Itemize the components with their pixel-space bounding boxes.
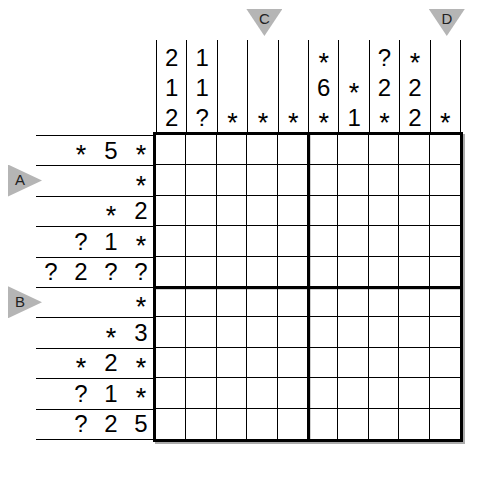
clue-star: *: [126, 288, 156, 317]
clue-star: *: [126, 349, 156, 378]
clue-star: *: [66, 136, 96, 165]
grid-cell-r4c2[interactable]: [186, 226, 216, 256]
grid-cell-r8c8[interactable]: [369, 348, 399, 378]
grid-cell-r10c6[interactable]: [308, 409, 338, 439]
clue-glyph: *: [136, 294, 147, 321]
grid-cell-r5c4[interactable]: [247, 257, 277, 287]
grid-cell-r7c7[interactable]: [338, 317, 368, 347]
grid-cell-r8c7[interactable]: [338, 348, 368, 378]
clue-glyph: *: [136, 233, 147, 260]
clue-glyph: ?: [378, 46, 391, 70]
grid-cell-r4c8[interactable]: [369, 226, 399, 256]
clue-glyph: ?: [195, 106, 208, 130]
grid-cell-r10c7[interactable]: [338, 409, 368, 439]
row-clue-1: *5*: [36, 135, 156, 165]
clue-star: *: [126, 379, 156, 408]
clue-star: *: [66, 349, 96, 378]
grid-cell-r10c1[interactable]: [156, 409, 186, 439]
grid-cell-r9c5[interactable]: [278, 378, 308, 408]
grid-cell-r1c6[interactable]: [308, 135, 338, 165]
grid-cell-r4c7[interactable]: [338, 226, 368, 256]
clue-glyph: 2: [104, 412, 117, 436]
grid-cell-r2c4[interactable]: [247, 165, 277, 195]
clue-glyph: 2: [165, 106, 178, 130]
clue-star: *: [126, 166, 156, 195]
clue-star: *: [339, 73, 368, 103]
grid-cell-r3c7[interactable]: [338, 196, 368, 226]
column-clue-2: 11?: [186, 40, 216, 135]
grid-cell-r2c3[interactable]: [217, 165, 247, 195]
puzzle-canvas: 21211?****6**1?2**22* *5***2?1*?2??**3*2…: [0, 0, 495, 477]
clue-glyph: *: [410, 50, 421, 77]
clue-star: *: [96, 318, 126, 347]
grid-cell-r1c2[interactable]: [186, 135, 216, 165]
grid-cell-r9c6[interactable]: [308, 378, 338, 408]
clue-number: 2: [157, 43, 186, 73]
clue-glyph: 1: [195, 46, 208, 70]
clue-star: *: [248, 103, 277, 133]
grid-cell-r7c4[interactable]: [247, 317, 277, 347]
grid-cell-r1c5[interactable]: [278, 135, 308, 165]
grid-cell-r5c2[interactable]: [186, 257, 216, 287]
grid-cell-r3c8[interactable]: [369, 196, 399, 226]
grid-cell-r7c9[interactable]: [399, 317, 429, 347]
clue-glyph: 6: [317, 76, 330, 100]
grid-cell-r4c4[interactable]: [247, 226, 277, 256]
clue-glyph: 1: [104, 382, 117, 406]
grid-cell-r5c9[interactable]: [399, 257, 429, 287]
grid-cell-r2c9[interactable]: [399, 165, 429, 195]
grid-cell-r2c7[interactable]: [338, 165, 368, 195]
grid-cell-r9c8[interactable]: [369, 378, 399, 408]
grid-cell-r4c9[interactable]: [399, 226, 429, 256]
clue-glyph: 2: [408, 106, 421, 130]
grid-cell-r3c5[interactable]: [278, 196, 308, 226]
row-clue-8: *2*: [36, 348, 156, 378]
grid-cell-r3c3[interactable]: [217, 196, 247, 226]
clue-question: ?: [126, 258, 156, 287]
grid-cell-r5c6[interactable]: [308, 257, 338, 287]
grid-cell-r8c3[interactable]: [217, 348, 247, 378]
marker-D-triangle-icon: D: [429, 9, 465, 36]
clue-number: 5: [126, 410, 156, 439]
clue-number: 1: [157, 73, 186, 103]
clue-glyph: 2: [104, 351, 117, 375]
grid-cell-r3c6[interactable]: [308, 196, 338, 226]
grid-cell-r2c10[interactable]: [430, 165, 460, 195]
grid-cell-r7c5[interactable]: [278, 317, 308, 347]
grid-cell-r1c3[interactable]: [217, 135, 247, 165]
clue-number: 2: [96, 349, 126, 378]
row-clue-4: ?1*: [36, 226, 156, 256]
grid-cell-r2c1[interactable]: [156, 165, 186, 195]
row-clues: *5***2?1*?2??**3*2*?1*?25: [36, 135, 156, 440]
column-clue-6: *6*: [308, 40, 338, 135]
grid-cell-r6c10[interactable]: [430, 287, 460, 317]
grid-cell-r2c5[interactable]: [278, 165, 308, 195]
clue-glyph: ?: [74, 230, 87, 254]
grid-cell-r10c2[interactable]: [186, 409, 216, 439]
clue-glyph: 1: [347, 106, 360, 130]
grid-cell-r7c8[interactable]: [369, 317, 399, 347]
grid-cell-r9c9[interactable]: [399, 378, 429, 408]
clue-glyph: *: [106, 203, 117, 230]
clue-glyph: 2: [408, 76, 421, 100]
grid-cell-r9c4[interactable]: [247, 378, 277, 408]
clue-number: 2: [66, 258, 96, 287]
grid-cell-r1c1[interactable]: [156, 135, 186, 165]
grid-cell-r6c6[interactable]: [308, 287, 338, 317]
clue-number: 2: [370, 73, 399, 103]
grid-cell-r8c10[interactable]: [430, 348, 460, 378]
column-clue-3: *: [217, 40, 247, 135]
grid-cell-r6c7[interactable]: [338, 287, 368, 317]
column-clue-7: *1: [338, 40, 368, 135]
clue-glyph: *: [76, 355, 87, 382]
clue-star: *: [126, 136, 156, 165]
grid-cell-r6c3[interactable]: [217, 287, 247, 317]
grid-cell-r10c3[interactable]: [217, 409, 247, 439]
grid-cell-r1c4[interactable]: [247, 135, 277, 165]
clue-number: 1: [96, 379, 126, 408]
row-clue-2: *: [36, 165, 156, 195]
grid-cell-r3c10[interactable]: [430, 196, 460, 226]
grid-cell-r4c6[interactable]: [308, 226, 338, 256]
grid-cell-r6c5[interactable]: [278, 287, 308, 317]
column-clues: 21211?****6**1?2**22*: [156, 40, 461, 135]
grid-cell-r4c5[interactable]: [278, 226, 308, 256]
grid-cell-r6c4[interactable]: [247, 287, 277, 317]
column-clue-1: 212: [156, 40, 186, 135]
clue-glyph: *: [76, 142, 87, 169]
grid-cell-r9c2[interactable]: [186, 378, 216, 408]
clue-glyph: ?: [44, 260, 57, 284]
grid-cell-r5c7[interactable]: [338, 257, 368, 287]
clue-glyph: 1: [195, 76, 208, 100]
clue-glyph: *: [136, 385, 147, 412]
clue-number: 2: [400, 73, 429, 103]
clue-number: 1: [339, 103, 368, 133]
puzzle-grid[interactable]: [153, 132, 463, 442]
grid-cell-r6c2[interactable]: [186, 287, 216, 317]
row-clue-6: *: [36, 287, 156, 317]
grid-cell-r7c1[interactable]: [156, 317, 186, 347]
column-clue-4: *: [247, 40, 277, 135]
clue-question: ?: [187, 103, 216, 133]
clue-number: 1: [187, 43, 216, 73]
clue-glyph: *: [106, 325, 117, 352]
clue-number: 1: [187, 73, 216, 103]
clue-star: *: [431, 103, 460, 133]
clue-number: 2: [96, 410, 126, 439]
clue-star: *: [400, 43, 429, 73]
grid-cell-r7c2[interactable]: [186, 317, 216, 347]
region-divider-horizontal: [156, 286, 460, 289]
grid-cell-r4c1[interactable]: [156, 226, 186, 256]
grid-cell-r9c7[interactable]: [338, 378, 368, 408]
grid-cell-r8c6[interactable]: [308, 348, 338, 378]
clue-question: ?: [96, 258, 126, 287]
clue-glyph: ?: [104, 260, 117, 284]
clue-glyph: 3: [134, 321, 147, 345]
clue-question: ?: [36, 258, 66, 287]
marker-D-label: D: [441, 11, 452, 28]
clue-star: *: [126, 227, 156, 256]
clue-star: *: [279, 103, 308, 133]
grid-cell-r3c4[interactable]: [247, 196, 277, 226]
clue-question: ?: [66, 410, 96, 439]
grid-cell-r8c5[interactable]: [278, 348, 308, 378]
column-clue-5: *: [278, 40, 308, 135]
clue-glyph: 2: [74, 260, 87, 284]
grid-cell-r8c9[interactable]: [399, 348, 429, 378]
clue-question: ?: [66, 227, 96, 256]
grid-cell-r6c9[interactable]: [399, 287, 429, 317]
grid-cell-r7c3[interactable]: [217, 317, 247, 347]
grid-cell-r10c5[interactable]: [278, 409, 308, 439]
clue-glyph: 5: [104, 139, 117, 163]
grid-cell-r8c1[interactable]: [156, 348, 186, 378]
clue-number: 2: [400, 103, 429, 133]
clue-star: *: [96, 197, 126, 226]
clue-star: *: [218, 103, 247, 133]
column-clue-10: *: [430, 40, 460, 135]
clue-glyph: ?: [74, 412, 87, 436]
grid-cell-r5c10[interactable]: [430, 257, 460, 287]
clue-number: 3: [126, 318, 156, 347]
grid-cell-r9c1[interactable]: [156, 378, 186, 408]
grid-cell-r9c3[interactable]: [217, 378, 247, 408]
clue-glyph: 5: [134, 412, 147, 436]
marker-C-label: C: [259, 11, 270, 28]
grid-cell-r4c3[interactable]: [217, 226, 247, 256]
grid-cell-r10c10[interactable]: [430, 409, 460, 439]
row-clue-9: ?1*: [36, 378, 156, 408]
grid-cell-r6c8[interactable]: [369, 287, 399, 317]
clue-glyph: *: [136, 355, 147, 382]
clue-number: 2: [126, 197, 156, 226]
grid-cell-r2c6[interactable]: [308, 165, 338, 195]
grid-cell-r3c1[interactable]: [156, 196, 186, 226]
clue-glyph: ?: [134, 260, 147, 284]
grid-cell-r8c2[interactable]: [186, 348, 216, 378]
clue-glyph: *: [318, 50, 329, 77]
grid-cell-r5c8[interactable]: [369, 257, 399, 287]
grid-cell-r7c10[interactable]: [430, 317, 460, 347]
grid-cell-r2c8[interactable]: [369, 165, 399, 195]
clue-star: *: [309, 103, 338, 133]
clue-glyph: *: [136, 173, 147, 200]
marker-B-label: B: [15, 294, 25, 311]
clue-number: 2: [157, 103, 186, 133]
marker-A-label: A: [15, 172, 25, 189]
clue-number: 1: [96, 227, 126, 256]
clue-star: *: [370, 103, 399, 133]
grid-cell-r5c3[interactable]: [217, 257, 247, 287]
grid-cell-r1c9[interactable]: [399, 135, 429, 165]
grid-cell-r7c6[interactable]: [308, 317, 338, 347]
clue-glyph: 1: [104, 230, 117, 254]
grid-cell-r2c2[interactable]: [186, 165, 216, 195]
grid-cell-r3c2[interactable]: [186, 196, 216, 226]
clue-glyph: ?: [74, 382, 87, 406]
grid-cell-r1c7[interactable]: [338, 135, 368, 165]
grid-cell-r9c10[interactable]: [430, 378, 460, 408]
clue-question: ?: [66, 379, 96, 408]
clue-glyph: 2: [134, 199, 147, 223]
clue-glyph: 2: [378, 76, 391, 100]
grid-cell-r10c4[interactable]: [247, 409, 277, 439]
column-clue-9: *22: [399, 40, 429, 135]
clue-glyph: *: [136, 142, 147, 169]
clue-number: 6: [309, 73, 338, 103]
grid-cell-r10c9[interactable]: [399, 409, 429, 439]
grid-cell-r6c1[interactable]: [156, 287, 186, 317]
marker-C-triangle-icon: C: [246, 9, 282, 36]
grid-cell-r5c5[interactable]: [278, 257, 308, 287]
grid-cell-r4c10[interactable]: [430, 226, 460, 256]
grid-cell-r10c8[interactable]: [369, 409, 399, 439]
grid-cell-r1c10[interactable]: [430, 135, 460, 165]
clue-glyph: 1: [165, 76, 178, 100]
clue-glyph: 2: [165, 46, 178, 70]
grid-cell-r1c8[interactable]: [369, 135, 399, 165]
clue-number: 5: [96, 136, 126, 165]
clue-question: ?: [370, 43, 399, 73]
clue-glyph: *: [349, 80, 360, 107]
clue-star: *: [309, 43, 338, 73]
grid-cell-r8c4[interactable]: [247, 348, 277, 378]
grid-cell-r5c1[interactable]: [156, 257, 186, 287]
grid-cell-r3c9[interactable]: [399, 196, 429, 226]
column-clue-8: ?2*: [369, 40, 399, 135]
